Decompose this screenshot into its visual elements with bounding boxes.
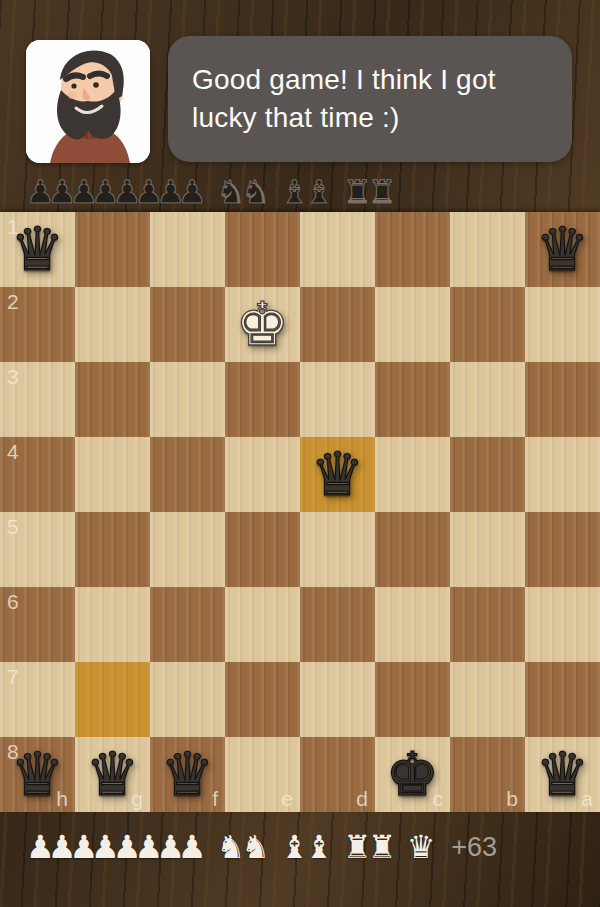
square-a8[interactable]: a♛ <box>525 737 600 812</box>
square-g5[interactable] <box>75 512 150 587</box>
square-a5[interactable] <box>525 512 600 587</box>
square-h6[interactable]: 6 <box>0 587 75 662</box>
square-d8[interactable]: d <box>300 737 375 812</box>
captured-white-queen-group: ♛ <box>407 831 436 863</box>
square-g8[interactable]: g♛ <box>75 737 150 812</box>
rank-label-2: 2 <box>7 291 19 312</box>
square-c7[interactable] <box>375 662 450 737</box>
captured-rook-icon: ♜ <box>368 176 397 208</box>
square-f2[interactable] <box>150 287 225 362</box>
square-a6[interactable] <box>525 587 600 662</box>
black-queen-d4[interactable]: ♛ <box>311 437 365 512</box>
square-b4[interactable] <box>450 437 525 512</box>
chat-message: Good game! I think I got lucky that time… <box>168 51 572 147</box>
bearded-man-illustration <box>26 40 150 163</box>
white-king-e2[interactable]: ♚ <box>236 287 290 362</box>
square-h2[interactable]: 2 <box>0 287 75 362</box>
square-b6[interactable] <box>450 587 525 662</box>
square-g3[interactable] <box>75 362 150 437</box>
captured-bishop-icon: ♝ <box>305 831 334 863</box>
square-c1[interactable] <box>375 212 450 287</box>
square-c8[interactable]: c♚ <box>375 737 450 812</box>
black-queen-h8[interactable]: ♛ <box>11 737 65 812</box>
captured-pieces-top-tray: ♟♟♟♟♟♟♟♟♞♞♝♝♜♜ <box>26 176 407 208</box>
square-b2[interactable] <box>450 287 525 362</box>
square-d3[interactable] <box>300 362 375 437</box>
square-h3[interactable]: 3 <box>0 362 75 437</box>
square-c6[interactable] <box>375 587 450 662</box>
black-queen-a8[interactable]: ♛ <box>536 737 590 812</box>
square-c3[interactable] <box>375 362 450 437</box>
square-d4[interactable]: ♛ <box>300 437 375 512</box>
black-queen-a1[interactable]: ♛ <box>536 212 590 287</box>
captured-black-rook-group: ♜♜ <box>343 176 396 208</box>
black-queen-f8[interactable]: ♛ <box>161 737 215 812</box>
square-h4[interactable]: 4 <box>0 437 75 512</box>
square-e7[interactable] <box>225 662 300 737</box>
rank-label-3: 3 <box>7 366 19 387</box>
square-f7[interactable] <box>150 662 225 737</box>
square-c5[interactable] <box>375 512 450 587</box>
captured-bishop-icon: ♝ <box>305 176 334 208</box>
square-f1[interactable] <box>150 212 225 287</box>
square-b8[interactable]: b <box>450 737 525 812</box>
captured-white-bishop-group: ♝♝ <box>280 831 333 863</box>
square-d2[interactable] <box>300 287 375 362</box>
black-queen-h1[interactable]: ♛ <box>11 212 65 287</box>
square-e5[interactable] <box>225 512 300 587</box>
square-b3[interactable] <box>450 362 525 437</box>
captured-white-rook-group: ♜♜ <box>343 831 396 863</box>
rank-label-6: 6 <box>7 591 19 612</box>
square-c4[interactable] <box>375 437 450 512</box>
captured-black-knight-group: ♞♞ <box>217 176 270 208</box>
square-h7[interactable]: 7 <box>0 662 75 737</box>
file-label-e: e <box>281 788 293 809</box>
square-h5[interactable]: 5 <box>0 512 75 587</box>
square-f3[interactable] <box>150 362 225 437</box>
square-a1[interactable]: ♛ <box>525 212 600 287</box>
captured-white-knight-group: ♞♞ <box>217 831 270 863</box>
square-g4[interactable] <box>75 437 150 512</box>
chess-app-screen: Good game! I think I got lucky that time… <box>0 0 600 907</box>
square-e6[interactable] <box>225 587 300 662</box>
captured-black-bishop-group: ♝♝ <box>280 176 333 208</box>
square-g6[interactable] <box>75 587 150 662</box>
rank-label-5: 5 <box>7 516 19 537</box>
chat-bubble: Good game! I think I got lucky that time… <box>168 36 572 162</box>
square-e3[interactable] <box>225 362 300 437</box>
black-king-c8[interactable]: ♚ <box>386 737 440 812</box>
square-g1[interactable] <box>75 212 150 287</box>
square-b1[interactable] <box>450 212 525 287</box>
square-d7[interactable] <box>300 662 375 737</box>
square-d5[interactable] <box>300 512 375 587</box>
square-a3[interactable] <box>525 362 600 437</box>
square-e2[interactable]: ♚ <box>225 287 300 362</box>
captured-white-pawn-group: ♟♟♟♟♟♟♟♟ <box>26 831 207 863</box>
square-h1[interactable]: 1♛ <box>0 212 75 287</box>
square-f8[interactable]: f♛ <box>150 737 225 812</box>
captured-queen-icon: ♛ <box>407 831 436 863</box>
square-d1[interactable] <box>300 212 375 287</box>
captured-pieces-bottom-tray: ♟♟♟♟♟♟♟♟♞♞♝♝♜♜♛+63 <box>26 830 497 864</box>
square-h8[interactable]: 8h♛ <box>0 737 75 812</box>
captured-black-pawn-group: ♟♟♟♟♟♟♟♟ <box>26 176 207 208</box>
black-queen-g8[interactable]: ♛ <box>86 737 140 812</box>
file-label-b: b <box>506 788 518 809</box>
square-e8[interactable]: e <box>225 737 300 812</box>
material-score: +63 <box>451 830 497 864</box>
square-b7[interactable] <box>450 662 525 737</box>
opponent-avatar[interactable] <box>26 40 150 163</box>
square-a7[interactable] <box>525 662 600 737</box>
captured-rook-icon: ♜ <box>368 831 397 863</box>
captured-knight-icon: ♞ <box>241 176 270 208</box>
square-g7[interactable] <box>75 662 150 737</box>
square-f4[interactable] <box>150 437 225 512</box>
file-label-d: d <box>356 788 368 809</box>
square-e4[interactable] <box>225 437 300 512</box>
square-c2[interactable] <box>375 287 450 362</box>
chess-board: 1♛♛2♚34♛5678h♛g♛f♛edc♚ba♛ <box>0 212 600 812</box>
captured-pawn-icon: ♟ <box>178 176 207 208</box>
square-f5[interactable] <box>150 512 225 587</box>
square-b5[interactable] <box>450 512 525 587</box>
square-g2[interactable] <box>75 287 150 362</box>
square-d6[interactable] <box>300 587 375 662</box>
rank-label-7: 7 <box>7 666 19 687</box>
square-f6[interactable] <box>150 587 225 662</box>
square-a2[interactable] <box>525 287 600 362</box>
square-a4[interactable] <box>525 437 600 512</box>
square-e1[interactable] <box>225 212 300 287</box>
captured-pawn-icon: ♟ <box>178 831 207 863</box>
rank-label-4: 4 <box>7 441 19 462</box>
captured-knight-icon: ♞ <box>241 831 270 863</box>
